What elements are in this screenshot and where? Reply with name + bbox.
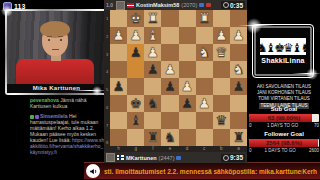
square-c7[interactable] xyxy=(196,112,213,129)
square-e6[interactable] xyxy=(161,95,178,112)
white-rook[interactable]: ♜ xyxy=(198,10,210,27)
square-a3[interactable] xyxy=(230,44,247,61)
square-a7[interactable] xyxy=(230,112,247,129)
square-a1[interactable] xyxy=(230,10,247,27)
clock-icon xyxy=(223,2,229,8)
square-b3[interactable]: ♛ xyxy=(213,44,230,61)
sub-goal-days: 1 DAYS TO GO xyxy=(267,123,298,129)
square-a8[interactable]: ♜ xyxy=(230,129,247,146)
chat-username[interactable]: Sinsemilela xyxy=(40,113,68,119)
square-e5[interactable]: ♟ xyxy=(161,78,178,95)
top-player-flag-icon xyxy=(127,3,134,8)
channel-logo-text: ShakkiLinna xyxy=(261,57,304,64)
square-e2[interactable] xyxy=(161,27,178,44)
follower-goal-widget: Follower Goal 2564 (98.6%) 0 1 DAYS TO G… xyxy=(249,131,319,154)
square-c5[interactable] xyxy=(196,78,213,95)
white-pawn[interactable]: ♟ xyxy=(113,27,125,44)
chess-board[interactable]: ♚♜♜♟♟♝♟♟♟♟♞♛♟♟♞♟♟♟♟♚♞♟♟♝♛♜♞♜ xyxy=(110,10,247,146)
black-pawn[interactable]: ♟ xyxy=(147,61,159,78)
streamer-name-caption: Mika Karttunen xyxy=(7,84,106,93)
white-pawn[interactable]: ♟ xyxy=(147,44,159,61)
follower-goal-min: 0 xyxy=(249,148,252,154)
square-c8[interactable] xyxy=(196,129,213,146)
white-pawn[interactable]: ♟ xyxy=(164,61,176,78)
square-f3[interactable]: ♟ xyxy=(144,44,161,61)
white-pawn[interactable]: ♟ xyxy=(232,27,244,44)
chat-username[interactable]: pevenahova xyxy=(30,97,59,103)
square-h4[interactable] xyxy=(110,61,127,78)
black-bishop[interactable]: ♝ xyxy=(130,112,142,129)
square-g6[interactable]: ♚ xyxy=(127,95,144,112)
white-knight[interactable]: ♞ xyxy=(232,61,244,78)
square-d3[interactable] xyxy=(179,44,196,61)
sub-goal-value: 63 (90.00%) xyxy=(249,114,319,122)
square-a4[interactable]: ♞ xyxy=(230,61,247,78)
streamer-eye-left xyxy=(48,39,50,41)
streamer-face xyxy=(42,24,68,56)
square-g3[interactable]: ♟ xyxy=(127,44,144,61)
black-king[interactable]: ♚ xyxy=(130,95,142,112)
top-player-time: 0:35 xyxy=(230,2,243,9)
white-rook[interactable]: ♜ xyxy=(147,10,159,27)
black-rook[interactable]: ♜ xyxy=(232,129,244,146)
follower-goal-max: 2600 xyxy=(309,148,319,154)
square-a5[interactable]: ♟ xyxy=(230,78,247,95)
sub-goal-min: 0 xyxy=(249,123,252,129)
chat-message: Sinsemilela Hei harrastuspelaajat, tule … xyxy=(30,113,105,155)
square-h8[interactable] xyxy=(110,129,127,146)
white-queen[interactable]: ♛ xyxy=(215,44,227,61)
chat-panel[interactable]: pevenahova Jännä nähä Karttusen kulkua S… xyxy=(30,97,105,159)
black-pawn[interactable]: ♟ xyxy=(181,95,193,112)
square-c6[interactable]: ♟ xyxy=(196,95,213,112)
top-player-title-icon xyxy=(206,3,211,7)
square-d4[interactable] xyxy=(179,61,196,78)
white-pawn[interactable]: ♟ xyxy=(215,27,227,44)
square-h5[interactable]: ♟ xyxy=(110,78,127,95)
top-player-name[interactable]: KostinMaksim58 xyxy=(136,2,179,8)
streamer-brow-right xyxy=(58,36,63,37)
follower-goal-value: 2564 (98.6%) xyxy=(249,139,319,147)
square-h7[interactable] xyxy=(110,112,127,129)
chat-badge-icon xyxy=(30,115,34,119)
square-b1[interactable] xyxy=(213,10,230,27)
square-g2[interactable]: ♟ xyxy=(127,27,144,44)
square-e1[interactable] xyxy=(161,10,178,27)
top-player-clock: 0:35 xyxy=(221,1,245,9)
sub-goal-widget: Sub Goal 63 (90.00%) 0 1 DAYS TO GO 70 xyxy=(249,106,319,129)
square-h2[interactable]: ♟ xyxy=(110,27,127,44)
ticker-text: sti. Ilmoittautumiset 2.2. mennessä sähk… xyxy=(104,168,302,175)
streamer-eye-right xyxy=(60,39,62,41)
top-player-avatar[interactable] xyxy=(116,1,125,10)
square-e8[interactable]: ♞ xyxy=(161,129,178,146)
streamer-hair xyxy=(40,21,70,38)
square-g4[interactable] xyxy=(127,61,144,78)
megaphone-icon xyxy=(86,164,100,178)
square-d2[interactable] xyxy=(179,27,196,44)
webcam-frame: Mika Karttunen xyxy=(5,9,108,95)
square-e7[interactable] xyxy=(161,112,178,129)
square-g5[interactable] xyxy=(127,78,144,95)
bottom-player-flag-icon xyxy=(117,155,124,160)
square-c1[interactable]: ♜ xyxy=(196,10,213,27)
bottom-player-time: 9:35 xyxy=(230,154,243,161)
square-e3[interactable] xyxy=(161,44,178,61)
square-a6[interactable] xyxy=(230,95,247,112)
square-g1[interactable]: ♚ xyxy=(127,10,144,27)
square-h3[interactable] xyxy=(110,44,127,61)
square-f2[interactable]: ♝ xyxy=(144,27,161,44)
sub-goal-label: Sub Goal xyxy=(249,106,319,113)
top-player-title-icon xyxy=(199,3,204,7)
black-pawn[interactable]: ♟ xyxy=(232,78,244,95)
square-g7[interactable]: ♝ xyxy=(127,112,144,129)
square-d6[interactable]: ♟ xyxy=(179,95,196,112)
top-player-bar: 1.0 KostinMaksim58 (2070) 0:35 xyxy=(104,0,247,10)
square-d5[interactable]: ♟ xyxy=(179,78,196,95)
white-bishop[interactable]: ♝ xyxy=(147,27,159,44)
bottom-player-bar: MKarttunen (2447) 9:35 xyxy=(104,152,247,163)
bottom-player-clock: 9:35 xyxy=(221,154,245,162)
square-b2[interactable]: ♟ xyxy=(213,27,230,44)
sub-goal-max: 70 xyxy=(314,123,319,129)
bottom-player-avatar[interactable] xyxy=(106,153,115,162)
square-f1[interactable]: ♜ xyxy=(144,10,161,27)
square-b7[interactable]: ♛ xyxy=(213,112,230,129)
square-f8[interactable]: ♜ xyxy=(144,129,161,146)
square-d7[interactable] xyxy=(179,112,196,129)
logo-pieces-band: ♜♞♝♚♛♝♞♜ xyxy=(260,38,306,55)
bottom-player-rating: (2447) xyxy=(159,155,175,161)
channel-logo: ♜♞♝♚♛♝♞♜ ShakkiLinna xyxy=(252,24,314,78)
chat-badge-icon xyxy=(35,115,39,119)
chat-message: pevenahova Jännä nähä Karttusen kulkua xyxy=(30,97,105,109)
bottom-player-title-icon xyxy=(176,156,181,160)
white-king[interactable]: ♚ xyxy=(130,10,142,27)
square-f5[interactable] xyxy=(144,78,161,95)
square-c3[interactable]: ♞ xyxy=(196,44,213,61)
chat-link[interactable]: https://www.shakkiliitto.fi/hervanta/sha… xyxy=(30,137,104,155)
white-pawn[interactable]: ♟ xyxy=(181,78,193,95)
streamer-mouth xyxy=(52,49,59,50)
follower-goal-days: 1 DAYS TO GO xyxy=(265,148,296,154)
white-pawn[interactable]: ♟ xyxy=(198,95,210,112)
black-pawn[interactable]: ♟ xyxy=(130,44,142,61)
black-rook[interactable]: ♜ xyxy=(147,129,159,146)
stream-frame: 113 Mika Karttunen pevenahova Jännä nähä… xyxy=(0,0,320,180)
score-indicator: 1.0 xyxy=(106,2,113,8)
square-e4[interactable]: ♟ xyxy=(161,61,178,78)
square-b6[interactable] xyxy=(213,95,230,112)
square-h6[interactable] xyxy=(110,95,127,112)
square-g8[interactable] xyxy=(127,129,144,146)
chess-pieces-silhouette-icon: ♜♞♝♚♛♝♞♜ xyxy=(260,41,306,55)
follower-goal-label: Follower Goal xyxy=(249,131,319,138)
square-f4[interactable]: ♟ xyxy=(144,61,161,78)
square-f6[interactable]: ♞ xyxy=(144,95,161,112)
top-player-rating: (2070) xyxy=(181,2,197,8)
square-b4[interactable] xyxy=(213,61,230,78)
follower-goal-bar: 2564 (98.6%) xyxy=(249,139,319,147)
sub-goal-bar: 63 (90.00%) xyxy=(249,114,319,122)
black-knight[interactable]: ♞ xyxy=(164,129,176,146)
square-d1[interactable] xyxy=(179,10,196,27)
streamer-brow-left xyxy=(47,36,52,37)
clock-icon xyxy=(223,155,229,161)
black-queen[interactable]: ♛ xyxy=(215,112,227,129)
webcam-video: Mika Karttunen xyxy=(7,11,106,93)
white-pawn[interactable]: ♟ xyxy=(130,27,142,44)
square-h1[interactable] xyxy=(110,10,127,27)
ticker-text-right: Kerh xyxy=(302,168,317,175)
square-c2[interactable] xyxy=(196,27,213,44)
square-b8[interactable] xyxy=(213,129,230,146)
black-pawn[interactable]: ♟ xyxy=(113,78,125,95)
square-b5[interactable] xyxy=(213,78,230,95)
black-knight[interactable]: ♞ xyxy=(147,95,159,112)
bottom-player-name[interactable]: MKarttunen xyxy=(126,155,157,161)
square-a2[interactable]: ♟ xyxy=(230,27,247,44)
square-d8[interactable] xyxy=(179,129,196,146)
square-c4[interactable] xyxy=(196,61,213,78)
black-pawn[interactable]: ♟ xyxy=(164,78,176,95)
announcement-ticker: sti. Ilmoittautumiset 2.2. mennessä sähk… xyxy=(84,162,320,179)
streamer-shirt xyxy=(16,59,94,85)
square-f7[interactable] xyxy=(144,112,161,129)
white-knight[interactable]: ♞ xyxy=(198,44,210,61)
